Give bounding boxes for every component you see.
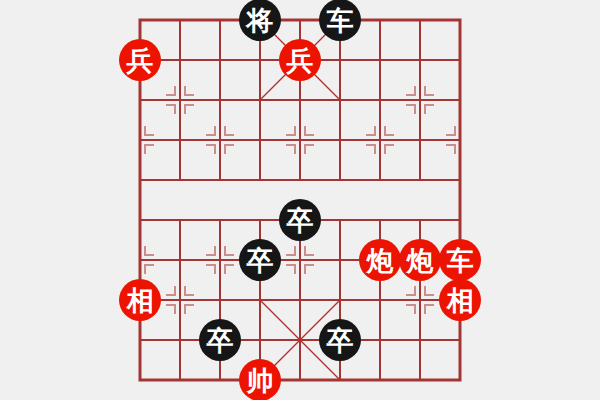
red-soldier-1[interactable]: 兵	[119, 39, 161, 81]
red-chariot[interactable]: 车	[439, 239, 481, 281]
black-general[interactable]: 将	[239, 0, 281, 41]
black-chariot[interactable]: 车	[319, 0, 361, 41]
black-soldier-3[interactable]: 卒	[199, 319, 241, 361]
red-soldier-2[interactable]: 兵	[279, 39, 321, 81]
red-elephant-1[interactable]: 相	[119, 279, 161, 321]
red-cannon-1[interactable]: 炮	[359, 239, 401, 281]
xiangqi-diagram: 将车兵兵卒卒炮炮车相相卒卒帅	[0, 0, 600, 400]
black-soldier-2[interactable]: 卒	[239, 239, 281, 281]
black-soldier-1[interactable]: 卒	[279, 199, 321, 241]
black-soldier-4[interactable]: 卒	[319, 319, 361, 361]
red-general[interactable]: 帅	[239, 359, 281, 400]
red-cannon-2[interactable]: 炮	[399, 239, 441, 281]
red-elephant-2[interactable]: 相	[439, 279, 481, 321]
pieces-layer: 将车兵兵卒卒炮炮车相相卒卒帅	[0, 0, 600, 400]
